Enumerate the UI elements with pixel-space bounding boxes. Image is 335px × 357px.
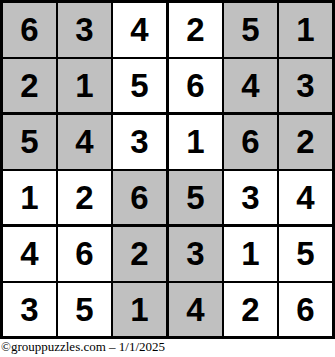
sudoku-cell-r1c2[interactable]: 3 [58, 3, 111, 57]
sudoku-cell-r1c1[interactable]: 6 [3, 3, 56, 57]
sudoku-cell-r2c1[interactable]: 2 [3, 59, 56, 113]
sudoku-cell-r3c3[interactable]: 3 [113, 115, 166, 169]
sudoku-cell-r2c2[interactable]: 1 [58, 59, 111, 113]
sudoku-cell-r1c6[interactable]: 1 [279, 3, 332, 57]
sudoku-cell-r6c3[interactable]: 1 [113, 283, 166, 337]
sudoku-cell-r5c6[interactable]: 5 [279, 227, 332, 281]
sudoku-box-r1c1: 162534 [169, 115, 332, 224]
sudoku-cell-r2c4[interactable]: 6 [169, 59, 222, 113]
sudoku-cell-r4c6[interactable]: 4 [279, 171, 332, 225]
sudoku-cell-r4c2[interactable]: 2 [58, 171, 111, 225]
sudoku-cell-r4c3[interactable]: 6 [113, 171, 166, 225]
sudoku-cell-r1c5[interactable]: 5 [224, 3, 277, 57]
sudoku-cell-r1c4[interactable]: 2 [169, 3, 222, 57]
sudoku-cell-r6c1[interactable]: 3 [3, 283, 56, 337]
sudoku-cell-r1c3[interactable]: 4 [113, 3, 166, 57]
sudoku-cell-r6c6[interactable]: 6 [279, 283, 332, 337]
sudoku-cell-r3c2[interactable]: 4 [58, 115, 111, 169]
sudoku-cell-r5c5[interactable]: 1 [224, 227, 277, 281]
puzzle-page: 634215251643543126162534462351315426 ©gr… [0, 0, 335, 357]
sudoku-cell-r2c5[interactable]: 4 [224, 59, 277, 113]
sudoku-cell-r4c4[interactable]: 5 [169, 171, 222, 225]
sudoku-box-r2c1: 315426 [169, 227, 332, 336]
sudoku-cell-r5c4[interactable]: 3 [169, 227, 222, 281]
sudoku-cell-r2c6[interactable]: 3 [279, 59, 332, 113]
sudoku-cell-r4c1[interactable]: 1 [3, 171, 56, 225]
sudoku-cell-r3c5[interactable]: 6 [224, 115, 277, 169]
sudoku-cell-r3c1[interactable]: 5 [3, 115, 56, 169]
sudoku-cell-r5c1[interactable]: 4 [3, 227, 56, 281]
sudoku-box-r0c1: 251643 [169, 3, 332, 112]
copyright-credit: ©grouppuzzles.com – 1/1/2025 [1, 339, 165, 355]
sudoku-cell-r5c2[interactable]: 6 [58, 227, 111, 281]
sudoku-cell-r5c3[interactable]: 2 [113, 227, 166, 281]
sudoku-cell-r4c5[interactable]: 3 [224, 171, 277, 225]
sudoku-box-r0c0: 634215 [3, 3, 166, 112]
sudoku-cell-r2c3[interactable]: 5 [113, 59, 166, 113]
sudoku-cell-r6c4[interactable]: 4 [169, 283, 222, 337]
sudoku-cell-r6c5[interactable]: 2 [224, 283, 277, 337]
sudoku-box-r2c0: 462351 [3, 227, 166, 336]
sudoku-board: 634215251643543126162534462351315426 [0, 0, 335, 339]
sudoku-cell-r3c6[interactable]: 2 [279, 115, 332, 169]
sudoku-cell-r3c4[interactable]: 1 [169, 115, 222, 169]
sudoku-box-r1c0: 543126 [3, 115, 166, 224]
sudoku-cell-r6c2[interactable]: 5 [58, 283, 111, 337]
